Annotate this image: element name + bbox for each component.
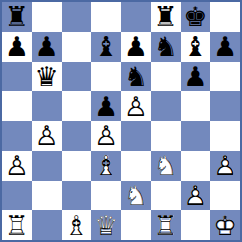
piece-glyph: ♜ (2, 2, 32, 32)
piece-glyph: ♚ (181, 2, 211, 32)
square-d8[interactable] (91, 2, 121, 32)
square-e5[interactable]: ♟♙ (121, 91, 151, 121)
square-g4[interactable] (181, 121, 211, 151)
square-g1[interactable] (181, 210, 211, 240)
piece-glyph: ♟ (32, 32, 62, 62)
square-a2[interactable] (2, 181, 32, 211)
square-b6[interactable]: ♛ (32, 62, 62, 92)
square-f2[interactable] (151, 181, 181, 211)
piece-outline-layer: ♔ (210, 210, 240, 240)
piece-outline-layer: ♕ (91, 210, 121, 240)
square-a4[interactable] (2, 121, 32, 151)
square-a8[interactable]: ♜ (2, 2, 32, 32)
square-h6[interactable] (210, 62, 240, 92)
square-d2[interactable] (91, 181, 121, 211)
square-a5[interactable] (2, 91, 32, 121)
square-e2[interactable]: ♞♘ (121, 181, 151, 211)
chess-board: ♜♜♚♟♟♝♟♞♝♟♛♞♟♟♟♙♟♙♟♙♟♙♝♗♞♘♟♙♞♘♟♙♜♖♝♗♛♕♜♖… (0, 0, 242, 242)
piece-outline-layer: ♖ (2, 210, 32, 240)
piece-glyph: ♜ (151, 2, 181, 32)
piece-black-bishop[interactable]: ♝ (181, 32, 211, 62)
square-c4[interactable] (62, 121, 92, 151)
piece-white-bishop[interactable]: ♝♗ (62, 210, 92, 240)
square-h4[interactable] (210, 121, 240, 151)
piece-outline-layer: ♙ (181, 181, 211, 211)
square-h3[interactable]: ♟♙ (210, 151, 240, 181)
square-f4[interactable] (151, 121, 181, 151)
square-d5[interactable]: ♟ (91, 91, 121, 121)
square-d4[interactable]: ♟♙ (91, 121, 121, 151)
piece-black-pawn[interactable]: ♟ (32, 32, 62, 62)
square-g8[interactable]: ♚ (181, 2, 211, 32)
piece-outline-layer: ♘ (151, 151, 181, 181)
square-d7[interactable]: ♝ (91, 32, 121, 62)
square-b7[interactable]: ♟ (32, 32, 62, 62)
square-a1[interactable]: ♜♖ (2, 210, 32, 240)
piece-outline-layer: ♙ (121, 91, 151, 121)
square-f3[interactable]: ♞♘ (151, 151, 181, 181)
square-g3[interactable] (181, 151, 211, 181)
piece-white-pawn[interactable]: ♟♙ (121, 91, 151, 121)
piece-glyph: ♟ (2, 32, 32, 62)
square-a3[interactable]: ♟♙ (2, 151, 32, 181)
piece-outline-layer: ♙ (210, 151, 240, 181)
piece-black-knight[interactable]: ♞ (121, 62, 151, 92)
piece-white-pawn[interactable]: ♟♙ (181, 181, 211, 211)
piece-outline-layer: ♙ (2, 151, 32, 181)
piece-black-bishop[interactable]: ♝ (91, 32, 121, 62)
piece-glyph: ♞ (151, 32, 181, 62)
square-c3[interactable] (62, 151, 92, 181)
piece-white-pawn[interactable]: ♟♙ (2, 151, 32, 181)
piece-white-rook[interactable]: ♜♖ (151, 210, 181, 240)
square-h7[interactable]: ♟ (210, 32, 240, 62)
piece-black-pawn[interactable]: ♟ (91, 91, 121, 121)
square-d3[interactable]: ♝♗ (91, 151, 121, 181)
square-c5[interactable] (62, 91, 92, 121)
piece-black-queen[interactable]: ♛ (32, 62, 62, 92)
piece-white-queen[interactable]: ♛♕ (91, 210, 121, 240)
piece-black-rook[interactable]: ♜ (2, 2, 32, 32)
piece-black-rook[interactable]: ♜ (151, 2, 181, 32)
piece-outline-layer: ♘ (121, 181, 151, 211)
square-e8[interactable] (121, 2, 151, 32)
square-e7[interactable]: ♟ (121, 32, 151, 62)
piece-outline-layer: ♙ (32, 121, 62, 151)
piece-white-pawn[interactable]: ♟♙ (32, 121, 62, 151)
square-d6[interactable] (91, 62, 121, 92)
square-c1[interactable]: ♝♗ (62, 210, 92, 240)
piece-glyph: ♟ (121, 32, 151, 62)
piece-black-king[interactable]: ♚ (181, 2, 211, 32)
piece-glyph: ♟ (91, 91, 121, 121)
piece-black-pawn[interactable]: ♟ (181, 62, 211, 92)
square-g7[interactable]: ♝ (181, 32, 211, 62)
square-h5[interactable] (210, 91, 240, 121)
square-g2[interactable]: ♟♙ (181, 181, 211, 211)
square-f7[interactable]: ♞ (151, 32, 181, 62)
piece-black-pawn[interactable]: ♟ (210, 32, 240, 62)
square-c6[interactable] (62, 62, 92, 92)
square-c7[interactable] (62, 32, 92, 62)
piece-black-knight[interactable]: ♞ (151, 32, 181, 62)
piece-outline-layer: ♙ (91, 121, 121, 151)
piece-outline-layer: ♗ (91, 151, 121, 181)
square-b1[interactable] (32, 210, 62, 240)
square-h8[interactable] (210, 2, 240, 32)
square-b8[interactable] (32, 2, 62, 32)
square-b3[interactable] (32, 151, 62, 181)
square-f8[interactable]: ♜ (151, 2, 181, 32)
square-g6[interactable]: ♟ (181, 62, 211, 92)
square-h2[interactable] (210, 181, 240, 211)
piece-white-knight[interactable]: ♞♘ (121, 181, 151, 211)
piece-white-knight[interactable]: ♞♘ (151, 151, 181, 181)
piece-white-bishop[interactable]: ♝♗ (91, 151, 121, 181)
square-b4[interactable]: ♟♙ (32, 121, 62, 151)
piece-black-pawn[interactable]: ♟ (121, 32, 151, 62)
piece-glyph: ♞ (121, 62, 151, 92)
piece-white-king[interactable]: ♚♔ (210, 210, 240, 240)
piece-glyph: ♝ (181, 32, 211, 62)
square-f1[interactable]: ♜♖ (151, 210, 181, 240)
square-d1[interactable]: ♛♕ (91, 210, 121, 240)
piece-glyph: ♟ (181, 62, 211, 92)
piece-black-pawn[interactable]: ♟ (2, 32, 32, 62)
square-e6[interactable]: ♞ (121, 62, 151, 92)
square-e1[interactable] (121, 210, 151, 240)
square-h1[interactable]: ♚♔ (210, 210, 240, 240)
piece-white-pawn[interactable]: ♟♙ (210, 151, 240, 181)
piece-white-pawn[interactable]: ♟♙ (91, 121, 121, 151)
piece-outline-layer: ♗ (62, 210, 92, 240)
square-a7[interactable]: ♟ (2, 32, 32, 62)
square-c8[interactable] (62, 2, 92, 32)
square-a6[interactable] (2, 62, 32, 92)
square-c2[interactable] (62, 181, 92, 211)
square-b5[interactable] (32, 91, 62, 121)
square-b2[interactable] (32, 181, 62, 211)
piece-outline-layer: ♖ (151, 210, 181, 240)
square-f5[interactable] (151, 91, 181, 121)
piece-glyph: ♝ (91, 32, 121, 62)
square-e4[interactable] (121, 121, 151, 151)
square-g5[interactable] (181, 91, 211, 121)
piece-glyph: ♛ (32, 62, 62, 92)
piece-white-rook[interactable]: ♜♖ (2, 210, 32, 240)
square-e3[interactable] (121, 151, 151, 181)
square-f6[interactable] (151, 62, 181, 92)
piece-glyph: ♟ (210, 32, 240, 62)
